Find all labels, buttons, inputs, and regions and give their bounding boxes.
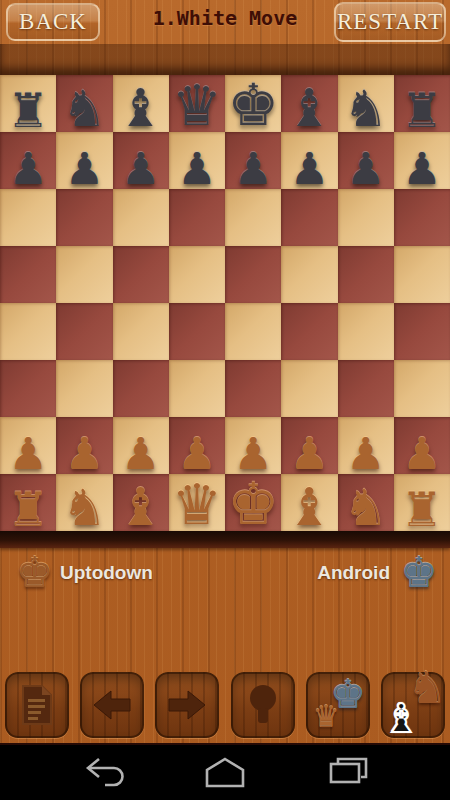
- black-rook: ♜: [0, 87, 56, 134]
- moves-list-button[interactable]: [5, 672, 69, 738]
- white-bishop: ♝: [113, 481, 169, 533]
- square-d3[interactable]: [169, 360, 225, 417]
- choose-side-button[interactable]: ♛ ♚: [306, 672, 370, 738]
- square-f8[interactable]: ♝: [281, 75, 337, 132]
- black-queen: ♛: [169, 78, 225, 134]
- white-bishop: ♝: [281, 481, 337, 533]
- steel-king-icon: ♚: [400, 552, 438, 594]
- square-e8[interactable]: ♚: [225, 75, 281, 132]
- square-g2[interactable]: ♟: [338, 417, 394, 474]
- black-king: ♚: [225, 76, 281, 134]
- square-c5[interactable]: [113, 246, 169, 303]
- square-a8[interactable]: ♜: [0, 75, 56, 132]
- white-pawn: ♟: [56, 432, 112, 476]
- white-rook: ♜: [394, 486, 450, 533]
- square-g3[interactable]: [338, 360, 394, 417]
- black-pawn: ♟: [169, 147, 225, 191]
- steel-king-icon: ♚: [330, 674, 366, 714]
- square-f1[interactable]: ♝: [281, 474, 337, 531]
- arrow-left-icon: [92, 689, 132, 721]
- square-c6[interactable]: [113, 189, 169, 246]
- android-back-button[interactable]: [82, 755, 126, 791]
- square-c8[interactable]: ♝: [113, 75, 169, 132]
- black-bishop: ♝: [281, 82, 337, 134]
- square-a5[interactable]: [0, 246, 56, 303]
- android-home-button[interactable]: [203, 755, 247, 791]
- square-e6[interactable]: [225, 189, 281, 246]
- black-pawn: ♟: [0, 147, 56, 191]
- square-c3[interactable]: [113, 360, 169, 417]
- arrow-right-icon: [167, 689, 207, 721]
- square-f5[interactable]: [281, 246, 337, 303]
- square-e5[interactable]: [225, 246, 281, 303]
- undo-move-button[interactable]: [80, 672, 144, 738]
- white-pawn: ♟: [281, 432, 337, 476]
- square-e2[interactable]: ♟: [225, 417, 281, 474]
- square-d8[interactable]: ♛: [169, 75, 225, 132]
- square-d2[interactable]: ♟: [169, 417, 225, 474]
- black-pawn: ♟: [338, 147, 394, 191]
- square-b1[interactable]: ♞: [56, 474, 112, 531]
- square-d6[interactable]: [169, 189, 225, 246]
- white-king: ♚: [225, 475, 281, 533]
- white-pawn: ♟: [169, 432, 225, 476]
- square-g5[interactable]: [338, 246, 394, 303]
- bronze-king-icon: ♚: [16, 552, 54, 594]
- square-f6[interactable]: [281, 189, 337, 246]
- square-f7[interactable]: ♟: [281, 132, 337, 189]
- black-pawn: ♟: [281, 147, 337, 191]
- black-pawn: ♟: [113, 147, 169, 191]
- white-pawn: ♟: [225, 432, 281, 476]
- black-pawn: ♟: [394, 147, 450, 191]
- white-queen: ♛: [169, 477, 225, 533]
- square-b3[interactable]: [56, 360, 112, 417]
- android-navbar: [0, 743, 450, 800]
- restart-button[interactable]: RESTART: [334, 2, 446, 42]
- android-recents-button[interactable]: [326, 755, 370, 791]
- square-c4[interactable]: [113, 303, 169, 360]
- square-d7[interactable]: ♟: [169, 132, 225, 189]
- square-b6[interactable]: [56, 189, 112, 246]
- square-h2[interactable]: ♟: [394, 417, 450, 474]
- black-knight: ♞: [56, 84, 112, 134]
- square-e1[interactable]: ♚: [225, 474, 281, 531]
- black-knight: ♞: [338, 84, 394, 134]
- square-c2[interactable]: ♟: [113, 417, 169, 474]
- square-a4[interactable]: [0, 303, 56, 360]
- square-a1[interactable]: ♜: [0, 474, 56, 531]
- square-f3[interactable]: [281, 360, 337, 417]
- toolbar: ♛ ♚ ♞ ♝: [5, 672, 445, 738]
- square-d5[interactable]: [169, 246, 225, 303]
- white-pawn: ♟: [394, 432, 450, 476]
- square-c7[interactable]: ♟: [113, 132, 169, 189]
- square-h1[interactable]: ♜: [394, 474, 450, 531]
- white-knight: ♞: [56, 483, 112, 533]
- square-a6[interactable]: [0, 189, 56, 246]
- board-top-shadow: [0, 44, 450, 75]
- nav-recents-icon: [326, 779, 370, 794]
- square-b7[interactable]: ♟: [56, 132, 112, 189]
- black-bishop: ♝: [113, 82, 169, 134]
- square-d1[interactable]: ♛: [169, 474, 225, 531]
- square-g6[interactable]: [338, 189, 394, 246]
- credit-left-label: Uptodown: [60, 562, 153, 584]
- square-g4[interactable]: [338, 303, 394, 360]
- document-icon: [20, 684, 54, 726]
- square-a7[interactable]: ♟: [0, 132, 56, 189]
- hint-button[interactable]: [231, 672, 295, 738]
- square-h4[interactable]: [394, 303, 450, 360]
- credit-right-label: Android: [317, 562, 390, 584]
- black-pawn: ♟: [225, 147, 281, 191]
- white-pawn: ♟: [0, 432, 56, 476]
- header-bar: BACK 1.White Move RESTART: [0, 0, 450, 44]
- square-g7[interactable]: ♟: [338, 132, 394, 189]
- square-a2[interactable]: ♟: [0, 417, 56, 474]
- square-h6[interactable]: [394, 189, 450, 246]
- white-knight: ♞: [338, 483, 394, 533]
- nav-home-icon: [203, 779, 247, 794]
- piece-style-button[interactable]: ♞ ♝: [381, 672, 445, 738]
- square-h3[interactable]: [394, 360, 450, 417]
- square-e7[interactable]: ♟: [225, 132, 281, 189]
- nav-back-icon: [82, 779, 126, 794]
- credits-strip: ♚ Uptodown Android ♚: [0, 548, 450, 672]
- square-b4[interactable]: [56, 303, 112, 360]
- square-d4[interactable]: [169, 303, 225, 360]
- app-screen: BACK 1.White Move RESTART ♜♞♝♛♚♝♞♜♟♟♟♟♟♟…: [0, 0, 450, 800]
- square-g8[interactable]: ♞: [338, 75, 394, 132]
- square-f4[interactable]: [281, 303, 337, 360]
- bronze-queen-icon: ♛: [313, 702, 340, 732]
- black-rook: ♜: [394, 87, 450, 134]
- square-c1[interactable]: ♝: [113, 474, 169, 531]
- square-h8[interactable]: ♜: [394, 75, 450, 132]
- square-b8[interactable]: ♞: [56, 75, 112, 132]
- white-pawn: ♟: [338, 432, 394, 476]
- bronze-knight-icon: ♞: [407, 666, 446, 710]
- redo-move-button[interactable]: [155, 672, 219, 738]
- square-f2[interactable]: ♟: [281, 417, 337, 474]
- square-g1[interactable]: ♞: [338, 474, 394, 531]
- white-pawn: ♟: [113, 432, 169, 476]
- white-rook: ♜: [0, 486, 56, 533]
- square-e3[interactable]: [225, 360, 281, 417]
- square-a3[interactable]: [0, 360, 56, 417]
- black-pawn: ♟: [56, 147, 112, 191]
- square-h7[interactable]: ♟: [394, 132, 450, 189]
- board-bottom-edge: [0, 531, 450, 548]
- chess-board: ♜♞♝♛♚♝♞♜♟♟♟♟♟♟♟♟♟♟♟♟♟♟♟♟♜♞♝♛♚♝♞♜: [0, 75, 450, 531]
- square-b5[interactable]: [56, 246, 112, 303]
- lightbulb-icon: [245, 683, 281, 727]
- bishop-outline-icon: ♝: [383, 698, 419, 738]
- square-h5[interactable]: [394, 246, 450, 303]
- square-b2[interactable]: ♟: [56, 417, 112, 474]
- square-e4[interactable]: [225, 303, 281, 360]
